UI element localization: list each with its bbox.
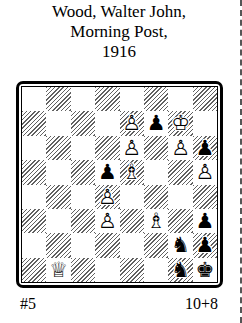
square-f4 [144, 185, 168, 209]
square-c3 [71, 209, 95, 233]
square-d2 [95, 233, 119, 257]
square-d7 [95, 111, 119, 135]
square-b3 [46, 209, 70, 233]
square-g1: ♞ [168, 258, 192, 282]
square-h8 [193, 87, 217, 111]
black-knight-piece: ♞ [168, 258, 192, 282]
square-e4 [120, 185, 144, 209]
square-b8 [46, 87, 70, 111]
square-a8 [22, 87, 46, 111]
puzzle-source: Morning Post, [0, 22, 238, 42]
puzzle-year: 1916 [0, 42, 238, 62]
black-king-piece: ♚ [193, 258, 217, 282]
puzzle-title: Wood, Walter John, Morning Post, 1916 [0, 2, 238, 62]
square-a5 [22, 160, 46, 184]
square-e6: ♟♙ [120, 136, 144, 160]
square-f6 [144, 136, 168, 160]
square-h5: ♟♙ [193, 160, 217, 184]
square-a1 [22, 258, 46, 282]
square-a7 [22, 111, 46, 135]
square-h1: ♚ [193, 258, 217, 282]
black-pawn-piece: ♟ [193, 136, 217, 160]
black-knight-piece: ♞ [168, 233, 192, 257]
square-f5 [144, 160, 168, 184]
square-b5 [46, 160, 70, 184]
material-count-label: 10+8 [185, 295, 218, 313]
white-pawn-piece: ♟♙ [193, 160, 217, 184]
square-f3: ♝♗ [144, 209, 168, 233]
square-c4 [71, 185, 95, 209]
square-a3 [22, 209, 46, 233]
chess-board: ♟♙♟♚♔♟♙♟♙♟♟♝♗♟♙♟♙♟♙♝♗♟♞♟♛♕♞♚ [22, 87, 217, 282]
square-e2 [120, 233, 144, 257]
square-c8 [71, 87, 95, 111]
square-b1: ♛♕ [46, 258, 70, 282]
square-c5 [71, 160, 95, 184]
square-a2 [22, 233, 46, 257]
square-g2: ♞ [168, 233, 192, 257]
white-pawn-piece: ♟♙ [120, 136, 144, 160]
white-queen-piece: ♛♕ [46, 258, 70, 282]
puzzle-page: Wood, Walter John, Morning Post, 1916 ♟♙… [0, 0, 242, 323]
square-d8 [95, 87, 119, 111]
square-c2 [71, 233, 95, 257]
square-g5 [168, 160, 192, 184]
square-d6 [95, 136, 119, 160]
square-f2 [144, 233, 168, 257]
square-h6: ♟ [193, 136, 217, 160]
black-pawn-piece: ♟ [144, 111, 168, 135]
black-pawn-piece: ♟ [193, 209, 217, 233]
black-pawn-piece: ♟ [193, 233, 217, 257]
square-e5: ♝♗ [120, 160, 144, 184]
square-d3: ♟♙ [95, 209, 119, 233]
white-pawn-piece: ♟♙ [95, 185, 119, 209]
square-b4 [46, 185, 70, 209]
square-d5: ♟ [95, 160, 119, 184]
square-e1 [120, 258, 144, 282]
board-inner-border: ♟♙♟♚♔♟♙♟♙♟♟♝♗♟♙♟♙♟♙♝♗♟♞♟♛♕♞♚ [21, 86, 218, 283]
square-e8 [120, 87, 144, 111]
square-a4 [22, 185, 46, 209]
puzzle-author: Wood, Walter John, [0, 2, 238, 22]
white-pawn-piece: ♟♙ [120, 111, 144, 135]
stipulation-label: #5 [20, 295, 36, 313]
square-a6 [22, 136, 46, 160]
square-b6 [46, 136, 70, 160]
square-f8 [144, 87, 168, 111]
square-b2 [46, 233, 70, 257]
square-g3 [168, 209, 192, 233]
square-h7 [193, 111, 217, 135]
square-h2: ♟ [193, 233, 217, 257]
square-g8 [168, 87, 192, 111]
white-king-piece: ♚♔ [168, 111, 192, 135]
square-c6 [71, 136, 95, 160]
white-pawn-piece: ♟♙ [95, 209, 119, 233]
white-bishop-piece: ♝♗ [120, 160, 144, 184]
square-d1 [95, 258, 119, 282]
caption-row: #5 10+8 [16, 295, 220, 317]
square-b7 [46, 111, 70, 135]
square-h4 [193, 185, 217, 209]
white-pawn-piece: ♟♙ [168, 136, 192, 160]
square-g6: ♟♙ [168, 136, 192, 160]
board-frame: ♟♙♟♚♔♟♙♟♙♟♟♝♗♟♙♟♙♟♙♝♗♟♞♟♛♕♞♚ [16, 81, 223, 288]
black-pawn-piece: ♟ [95, 160, 119, 184]
square-c1 [71, 258, 95, 282]
square-g7: ♚♔ [168, 111, 192, 135]
white-bishop-piece: ♝♗ [144, 209, 168, 233]
square-h3: ♟ [193, 209, 217, 233]
square-f1 [144, 258, 168, 282]
square-g4 [168, 185, 192, 209]
square-c7 [71, 111, 95, 135]
square-d4: ♟♙ [95, 185, 119, 209]
square-f7: ♟ [144, 111, 168, 135]
square-e3 [120, 209, 144, 233]
square-e7: ♟♙ [120, 111, 144, 135]
